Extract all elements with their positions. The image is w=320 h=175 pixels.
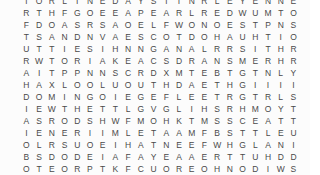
grid-cell[interactable]: H bbox=[20, 79, 33, 91]
grid-cell[interactable]: D bbox=[185, 31, 198, 43]
grid-cell[interactable]: L bbox=[33, 139, 46, 151]
grid-cell[interactable]: T bbox=[287, 115, 300, 127]
grid-cell[interactable]: H bbox=[122, 139, 135, 151]
grid-cell[interactable]: R bbox=[224, 43, 237, 55]
grid-cell[interactable]: E bbox=[198, 151, 211, 163]
grid-cell[interactable]: L bbox=[122, 103, 135, 115]
grid-cell[interactable]: H bbox=[211, 31, 224, 43]
grid-cell[interactable]: T bbox=[262, 31, 275, 43]
grid-cell[interactable]: O bbox=[160, 163, 173, 175]
grid-cell[interactable]: T bbox=[33, 7, 46, 19]
grid-cell[interactable]: U bbox=[249, 7, 262, 19]
grid-cell[interactable]: N bbox=[274, 0, 287, 7]
grid-cell[interactable]: H bbox=[236, 103, 249, 115]
grid-cell[interactable]: R bbox=[262, 91, 275, 103]
grid-cell[interactable]: H bbox=[71, 103, 84, 115]
grid-cell[interactable]: O bbox=[262, 103, 275, 115]
grid-cell[interactable]: I bbox=[33, 67, 46, 79]
grid-cell[interactable]: M bbox=[185, 127, 198, 139]
grid-cell[interactable]: A bbox=[134, 151, 147, 163]
grid-cell[interactable]: D bbox=[71, 151, 84, 163]
grid-cell[interactable]: M bbox=[45, 91, 58, 103]
grid-cell[interactable]: A bbox=[185, 43, 198, 55]
grid-cell[interactable]: T bbox=[96, 163, 109, 175]
grid-cell[interactable]: S bbox=[134, 31, 147, 43]
grid-cell[interactable]: F bbox=[160, 91, 173, 103]
grid-cell[interactable]: M bbox=[249, 103, 262, 115]
grid-cell[interactable]: W bbox=[274, 163, 287, 175]
grid-cell[interactable]: T bbox=[287, 103, 300, 115]
grid-cell[interactable]: N bbox=[58, 31, 71, 43]
grid-cell[interactable]: Y bbox=[147, 151, 160, 163]
grid-cell[interactable]: R bbox=[211, 43, 224, 55]
grid-cell[interactable]: T bbox=[45, 43, 58, 55]
grid-cell[interactable]: A bbox=[134, 55, 147, 67]
grid-cell[interactable]: L bbox=[274, 91, 287, 103]
grid-cell[interactable]: O bbox=[45, 19, 58, 31]
grid-cell[interactable]: I bbox=[109, 139, 122, 151]
grid-cell[interactable]: Y bbox=[274, 103, 287, 115]
grid-cell[interactable]: O bbox=[71, 79, 84, 91]
grid-cell[interactable]: T bbox=[224, 151, 237, 163]
grid-cell[interactable]: R bbox=[287, 55, 300, 67]
grid-cell[interactable]: T bbox=[58, 103, 71, 115]
grid-cell[interactable]: S bbox=[71, 19, 84, 31]
grid-cell[interactable]: N bbox=[274, 19, 287, 31]
grid-cell[interactable]: G bbox=[236, 91, 249, 103]
grid-cell[interactable]: P bbox=[58, 67, 71, 79]
grid-cell[interactable]: R bbox=[198, 7, 211, 19]
grid-cell[interactable]: R bbox=[84, 19, 97, 31]
grid-cell[interactable]: L bbox=[122, 127, 135, 139]
grid-cell[interactable]: C bbox=[147, 31, 160, 43]
grid-cell[interactable]: T bbox=[274, 115, 287, 127]
grid-cell[interactable]: L bbox=[173, 103, 186, 115]
grid-cell[interactable]: T bbox=[274, 7, 287, 19]
grid-cell[interactable]: S bbox=[287, 163, 300, 175]
grid-cell[interactable]: A bbox=[58, 19, 71, 31]
grid-cell[interactable]: M bbox=[173, 67, 186, 79]
grid-cell[interactable]: D bbox=[274, 151, 287, 163]
grid-cell[interactable]: V bbox=[147, 103, 160, 115]
grid-cell[interactable]: F bbox=[122, 151, 135, 163]
grid-cell[interactable]: D bbox=[109, 0, 122, 7]
grid-cell[interactable]: E bbox=[45, 163, 58, 175]
grid-cell[interactable]: E bbox=[84, 103, 97, 115]
grid-cell[interactable]: I bbox=[249, 79, 262, 91]
grid-cell[interactable]: I bbox=[262, 163, 275, 175]
grid-cell[interactable]: A bbox=[160, 43, 173, 55]
grid-cell[interactable]: D bbox=[287, 151, 300, 163]
grid-cell[interactable]: E bbox=[134, 127, 147, 139]
grid-cell[interactable]: R bbox=[198, 0, 211, 7]
grid-cell[interactable]: O bbox=[160, 31, 173, 43]
grid-cell[interactable]: E bbox=[249, 55, 262, 67]
grid-cell[interactable]: F bbox=[198, 139, 211, 151]
grid-cell[interactable]: A bbox=[262, 115, 275, 127]
grid-cell[interactable]: G bbox=[236, 67, 249, 79]
grid-cell[interactable]: T bbox=[236, 151, 249, 163]
grid-cell[interactable]: T bbox=[211, 91, 224, 103]
grid-cell[interactable]: D bbox=[20, 91, 33, 103]
grid-cell[interactable]: N bbox=[198, 19, 211, 31]
grid-cell[interactable]: S bbox=[58, 139, 71, 151]
grid-cell[interactable]: E bbox=[33, 127, 46, 139]
grid-cell[interactable]: C bbox=[236, 115, 249, 127]
grid-cell[interactable]: E bbox=[33, 103, 46, 115]
grid-cell[interactable]: E bbox=[71, 43, 84, 55]
grid-cell[interactable]: A bbox=[96, 55, 109, 67]
grid-cell[interactable]: A bbox=[122, 0, 135, 7]
grid-cell[interactable]: H bbox=[274, 55, 287, 67]
grid-cell[interactable]: E bbox=[185, 91, 198, 103]
grid-cell[interactable]: D bbox=[147, 67, 160, 79]
grid-cell[interactable]: T bbox=[249, 67, 262, 79]
grid-cell[interactable]: A bbox=[33, 79, 46, 91]
grid-cell[interactable]: E bbox=[109, 7, 122, 19]
grid-cell[interactable]: M bbox=[236, 55, 249, 67]
grid-cell[interactable]: F bbox=[198, 127, 211, 139]
grid-cell[interactable]: N bbox=[262, 0, 275, 7]
grid-cell[interactable]: E bbox=[198, 67, 211, 79]
grid-cell[interactable]: T bbox=[185, 67, 198, 79]
grid-cell[interactable]: N bbox=[211, 55, 224, 67]
grid-cell[interactable]: O bbox=[96, 91, 109, 103]
grid-cell[interactable]: S bbox=[211, 103, 224, 115]
grid-cell[interactable]: O bbox=[287, 31, 300, 43]
grid-cell[interactable]: L bbox=[147, 19, 160, 31]
grid-cell[interactable]: H bbox=[45, 7, 58, 19]
grid-cell[interactable]: T bbox=[147, 79, 160, 91]
grid-cell[interactable]: T bbox=[173, 31, 186, 43]
grid-cell[interactable]: K bbox=[109, 163, 122, 175]
grid-cell[interactable]: T bbox=[20, 31, 33, 43]
grid-cell[interactable]: O bbox=[84, 7, 97, 19]
grid-cell[interactable]: W bbox=[236, 7, 249, 19]
grid-cell[interactable]: E bbox=[122, 55, 135, 67]
grid-cell[interactable]: I bbox=[274, 79, 287, 91]
grid-cell[interactable]: M bbox=[134, 115, 147, 127]
grid-cell[interactable]: E bbox=[122, 31, 135, 43]
grid-cell[interactable]: O bbox=[20, 139, 33, 151]
grid-cell[interactable]: I bbox=[173, 0, 186, 7]
grid-cell[interactable]: E bbox=[185, 139, 198, 151]
grid-cell[interactable]: A bbox=[109, 19, 122, 31]
grid-cell[interactable]: R bbox=[71, 163, 84, 175]
grid-cell[interactable]: I bbox=[58, 43, 71, 55]
grid-cell[interactable]: A bbox=[20, 67, 33, 79]
grid-cell[interactable]: A bbox=[109, 31, 122, 43]
grid-cell[interactable]: S bbox=[224, 115, 237, 127]
grid-cell[interactable]: A bbox=[185, 151, 198, 163]
grid-cell[interactable]: E bbox=[160, 151, 173, 163]
grid-cell[interactable]: X bbox=[45, 79, 58, 91]
grid-cell[interactable]: R bbox=[45, 115, 58, 127]
grid-cell[interactable]: I bbox=[84, 55, 97, 67]
grid-cell[interactable]: M bbox=[262, 7, 275, 19]
grid-cell[interactable]: O bbox=[33, 91, 46, 103]
grid-cell[interactable]: R bbox=[185, 55, 198, 67]
grid-cell[interactable]: C bbox=[134, 163, 147, 175]
grid-cell[interactable]: R bbox=[173, 7, 186, 19]
grid-cell[interactable]: O bbox=[33, 0, 46, 7]
grid-cell[interactable]: N bbox=[122, 43, 135, 55]
grid-cell[interactable]: O bbox=[84, 79, 97, 91]
grid-cell[interactable]: L bbox=[96, 79, 109, 91]
grid-cell[interactable]: O bbox=[58, 115, 71, 127]
grid-cell[interactable]: I bbox=[84, 127, 97, 139]
grid-cell[interactable]: I bbox=[274, 31, 287, 43]
grid-cell[interactable]: W bbox=[45, 103, 58, 115]
grid-cell[interactable]: T bbox=[109, 103, 122, 115]
grid-cell[interactable]: E bbox=[274, 127, 287, 139]
grid-cell[interactable]: W bbox=[109, 115, 122, 127]
grid-cell[interactable]: N bbox=[45, 127, 58, 139]
grid-cell[interactable]: G bbox=[134, 91, 147, 103]
grid-cell[interactable]: H bbox=[224, 139, 237, 151]
grid-cell[interactable]: S bbox=[236, 43, 249, 55]
grid-cell[interactable]: T bbox=[45, 55, 58, 67]
grid-cell[interactable]: G bbox=[236, 139, 249, 151]
grid-cell[interactable]: I bbox=[96, 151, 109, 163]
grid-cell[interactable]: R bbox=[20, 55, 33, 67]
grid-cell[interactable]: M bbox=[198, 115, 211, 127]
grid-cell[interactable]: Y bbox=[134, 0, 147, 7]
grid-cell[interactable]: R bbox=[71, 127, 84, 139]
grid-cell[interactable]: U bbox=[71, 139, 84, 151]
grid-cell[interactable]: E bbox=[122, 91, 135, 103]
grid-cell[interactable]: W bbox=[211, 139, 224, 151]
grid-cell[interactable]: S bbox=[147, 0, 160, 7]
grid-cell[interactable]: R bbox=[71, 55, 84, 67]
grid-cell[interactable]: H bbox=[262, 151, 275, 163]
grid-cell[interactable]: E bbox=[249, 115, 262, 127]
grid-cell[interactable]: I bbox=[96, 127, 109, 139]
grid-cell[interactable]: E bbox=[249, 0, 262, 7]
grid-cell[interactable]: M bbox=[109, 127, 122, 139]
grid-cell[interactable]: E bbox=[224, 19, 237, 31]
grid-cell[interactable]: W bbox=[173, 19, 186, 31]
grid-cell[interactable]: L bbox=[173, 91, 186, 103]
grid-cell[interactable]: Y bbox=[236, 0, 249, 7]
grid-cell[interactable]: O bbox=[58, 151, 71, 163]
grid-cell[interactable]: K bbox=[109, 55, 122, 67]
grid-cell[interactable]: T bbox=[45, 67, 58, 79]
grid-cell[interactable]: S bbox=[84, 43, 97, 55]
grid-cell[interactable]: H bbox=[224, 79, 237, 91]
grid-cell[interactable]: R bbox=[224, 91, 237, 103]
grid-cell[interactable]: A bbox=[160, 7, 173, 19]
grid-cell[interactable]: A bbox=[45, 31, 58, 43]
grid-cell[interactable]: Y bbox=[287, 67, 300, 79]
grid-cell[interactable]: O bbox=[58, 163, 71, 175]
grid-cell[interactable]: T bbox=[262, 43, 275, 55]
grid-cell[interactable]: X bbox=[160, 67, 173, 79]
grid-cell[interactable]: H bbox=[249, 31, 262, 43]
grid-cell[interactable]: O bbox=[198, 31, 211, 43]
grid-cell[interactable]: B bbox=[211, 127, 224, 139]
grid-cell[interactable]: S bbox=[33, 151, 46, 163]
grid-cell[interactable]: D bbox=[249, 163, 262, 175]
grid-cell[interactable]: H bbox=[198, 103, 211, 115]
grid-cell[interactable]: I bbox=[58, 91, 71, 103]
grid-cell[interactable]: R bbox=[45, 139, 58, 151]
grid-cell[interactable]: H bbox=[160, 115, 173, 127]
grid-cell[interactable]: N bbox=[274, 139, 287, 151]
grid-cell[interactable]: E bbox=[96, 139, 109, 151]
grid-cell[interactable]: R bbox=[211, 151, 224, 163]
grid-cell[interactable]: O bbox=[58, 55, 71, 67]
grid-cell[interactable]: U bbox=[134, 79, 147, 91]
grid-cell[interactable]: T bbox=[160, 0, 173, 7]
grid-cell[interactable]: D bbox=[224, 7, 237, 19]
grid-cell[interactable]: T bbox=[96, 103, 109, 115]
grid-cell[interactable]: D bbox=[33, 19, 46, 31]
grid-cell[interactable]: S bbox=[84, 115, 97, 127]
grid-cell[interactable]: N bbox=[96, 67, 109, 79]
grid-cell[interactable]: S bbox=[211, 115, 224, 127]
grid-cell[interactable]: I bbox=[20, 127, 33, 139]
grid-cell[interactable]: E bbox=[96, 0, 109, 7]
grid-cell[interactable]: H bbox=[96, 115, 109, 127]
grid-cell[interactable]: B bbox=[211, 67, 224, 79]
grid-cell[interactable]: O bbox=[122, 79, 135, 91]
grid-cell[interactable]: H bbox=[109, 43, 122, 55]
grid-cell[interactable]: T bbox=[147, 139, 160, 151]
grid-cell[interactable]: S bbox=[33, 115, 46, 127]
grid-cell[interactable]: H bbox=[211, 163, 224, 175]
grid-cell[interactable]: A bbox=[262, 139, 275, 151]
grid-cell[interactable]: T bbox=[249, 19, 262, 31]
grid-cell[interactable]: I bbox=[249, 43, 262, 55]
grid-cell[interactable]: E bbox=[224, 0, 237, 7]
grid-cell[interactable]: R bbox=[45, 0, 58, 7]
grid-cell[interactable]: F bbox=[20, 19, 33, 31]
grid-cell[interactable]: H bbox=[274, 43, 287, 55]
grid-cell[interactable]: E bbox=[147, 91, 160, 103]
grid-cell[interactable]: G bbox=[84, 91, 97, 103]
grid-cell[interactable]: A bbox=[20, 115, 33, 127]
grid-cell[interactable]: V bbox=[96, 31, 109, 43]
grid-cell[interactable]: N bbox=[84, 0, 97, 7]
grid-cell[interactable]: A bbox=[122, 7, 135, 19]
grid-cell[interactable]: A bbox=[224, 31, 237, 43]
grid-cell[interactable]: I bbox=[287, 79, 300, 91]
grid-cell[interactable]: U bbox=[287, 127, 300, 139]
grid-cell[interactable]: E bbox=[147, 7, 160, 19]
grid-cell[interactable]: S bbox=[33, 31, 46, 43]
grid-cell[interactable]: B bbox=[20, 151, 33, 163]
grid-cell[interactable]: T bbox=[249, 91, 262, 103]
grid-cell[interactable]: T bbox=[33, 163, 46, 175]
grid-cell[interactable]: L bbox=[198, 43, 211, 55]
grid-cell[interactable]: R bbox=[224, 103, 237, 115]
grid-cell[interactable]: D bbox=[173, 55, 186, 67]
grid-cell[interactable]: L bbox=[58, 0, 71, 7]
grid-cell[interactable]: U bbox=[20, 43, 33, 55]
grid-cell[interactable]: S bbox=[224, 55, 237, 67]
grid-cell[interactable]: I bbox=[287, 139, 300, 151]
grid-cell[interactable]: T bbox=[20, 0, 33, 7]
grid-cell[interactable]: D bbox=[45, 151, 58, 163]
grid-cell[interactable]: I bbox=[262, 79, 275, 91]
grid-cell[interactable]: S bbox=[287, 91, 300, 103]
grid-cell[interactable]: I bbox=[109, 91, 122, 103]
grid-cell[interactable]: I bbox=[96, 43, 109, 55]
grid-cell[interactable]: F bbox=[122, 163, 135, 175]
grid-cell[interactable]: N bbox=[134, 43, 147, 55]
grid-cell[interactable]: I bbox=[20, 103, 33, 115]
grid-cell[interactable]: O bbox=[236, 163, 249, 175]
grid-cell[interactable]: A bbox=[173, 127, 186, 139]
grid-cell[interactable]: R bbox=[134, 67, 147, 79]
grid-cell[interactable]: I bbox=[185, 103, 198, 115]
grid-cell[interactable]: R bbox=[262, 55, 275, 67]
grid-cell[interactable]: L bbox=[262, 127, 275, 139]
grid-cell[interactable]: O bbox=[20, 163, 33, 175]
grid-cell[interactable]: A bbox=[160, 127, 173, 139]
grid-cell[interactable]: S bbox=[224, 127, 237, 139]
grid-cell[interactable]: S bbox=[96, 19, 109, 31]
grid-cell[interactable]: N bbox=[224, 163, 237, 175]
grid-cell[interactable]: T bbox=[249, 127, 262, 139]
grid-cell[interactable]: G bbox=[236, 79, 249, 91]
grid-cell[interactable]: T bbox=[185, 115, 198, 127]
grid-cell[interactable]: D bbox=[173, 79, 186, 91]
grid-cell[interactable]: O bbox=[84, 139, 97, 151]
grid-cell[interactable]: C bbox=[122, 67, 135, 79]
grid-cell[interactable]: W bbox=[33, 55, 46, 67]
grid-cell[interactable]: F bbox=[122, 115, 135, 127]
grid-cell[interactable]: E bbox=[198, 91, 211, 103]
grid-cell[interactable]: N bbox=[160, 139, 173, 151]
grid-cell[interactable]: E bbox=[211, 7, 224, 19]
grid-cell[interactable]: E bbox=[287, 0, 300, 7]
grid-cell[interactable]: S bbox=[160, 55, 173, 67]
grid-cell[interactable]: U bbox=[236, 31, 249, 43]
grid-cell[interactable]: R bbox=[173, 163, 186, 175]
grid-cell[interactable]: T bbox=[147, 127, 160, 139]
grid-cell[interactable]: N bbox=[71, 91, 84, 103]
grid-cell[interactable]: E bbox=[185, 163, 198, 175]
grid-cell[interactable]: A bbox=[173, 151, 186, 163]
grid-cell[interactable]: S bbox=[109, 67, 122, 79]
grid-cell[interactable]: N bbox=[84, 31, 97, 43]
grid-cell[interactable]: P bbox=[84, 163, 97, 175]
grid-cell[interactable]: F bbox=[58, 7, 71, 19]
grid-cell[interactable]: I bbox=[71, 0, 84, 7]
grid-cell[interactable]: A bbox=[109, 151, 122, 163]
grid-cell[interactable]: O bbox=[147, 115, 160, 127]
grid-cell[interactable]: L bbox=[185, 7, 198, 19]
grid-cell[interactable]: C bbox=[147, 55, 160, 67]
grid-cell[interactable]: T bbox=[236, 127, 249, 139]
grid-cell[interactable]: S bbox=[236, 19, 249, 31]
grid-cell[interactable]: N bbox=[84, 67, 97, 79]
grid-cell[interactable]: G bbox=[134, 103, 147, 115]
grid-cell[interactable]: E bbox=[96, 7, 109, 19]
grid-cell[interactable]: P bbox=[71, 67, 84, 79]
grid-cell[interactable]: L bbox=[274, 67, 287, 79]
grid-cell[interactable]: U bbox=[109, 79, 122, 91]
grid-cell[interactable]: U bbox=[147, 163, 160, 175]
grid-cell[interactable]: E bbox=[84, 151, 97, 163]
grid-cell[interactable]: A bbox=[134, 139, 147, 151]
grid-cell[interactable]: N bbox=[262, 67, 275, 79]
grid-cell[interactable]: E bbox=[134, 19, 147, 31]
grid-cell[interactable]: G bbox=[160, 103, 173, 115]
grid-cell[interactable]: E bbox=[173, 139, 186, 151]
